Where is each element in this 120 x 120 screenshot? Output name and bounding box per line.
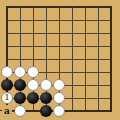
go-board[interactable]: 1 a <box>0 0 120 120</box>
white-stone <box>27 66 39 78</box>
white-stone <box>14 66 26 78</box>
black-stone <box>14 92 26 104</box>
move-number-label: 1 <box>1 92 13 104</box>
label-line-stub <box>12 110 15 111</box>
grid-line-vertical <box>72 7 73 112</box>
point-label-a: a <box>2 105 12 117</box>
black-stone <box>14 79 26 91</box>
white-stone <box>53 79 65 91</box>
white-stone <box>53 92 65 104</box>
grid-line-vertical <box>110 6 112 112</box>
white-stone <box>53 105 65 117</box>
black-stone <box>40 105 52 117</box>
white-stone <box>27 79 39 91</box>
black-stone <box>40 92 52 104</box>
grid-line-vertical <box>85 7 86 112</box>
black-stone <box>27 92 39 104</box>
label-line-stub <box>0 110 2 111</box>
grid-line-horizontal <box>7 59 112 60</box>
white-stone <box>14 105 26 117</box>
white-stone <box>1 66 13 78</box>
grid-line-vertical <box>98 7 99 112</box>
white-stone <box>40 79 52 91</box>
black-stone <box>1 79 13 91</box>
